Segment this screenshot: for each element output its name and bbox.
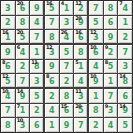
cell-r3c1[interactable]: 161: [1, 30, 15, 44]
cell-r2c5[interactable]: 3: [60, 16, 74, 30]
cage-sum-label: 11: [75, 89, 81, 94]
cell-digit: 6: [49, 78, 55, 86]
cell-r5c5[interactable]: 7: [60, 60, 74, 74]
cell-digit: 3: [122, 63, 128, 71]
cell-r6c8[interactable]: 1: [104, 74, 118, 88]
cell-digit: 3: [78, 93, 84, 101]
cell-digit: 4: [5, 93, 11, 101]
cell-r1c3[interactable]: 9: [30, 1, 44, 15]
cage-sum-label: 9: [105, 104, 108, 109]
cell-r2c2[interactable]: 8: [16, 16, 30, 30]
cell-digit: 8: [108, 5, 114, 13]
cell-digit: 1: [122, 19, 128, 27]
cell-digit: 1: [49, 122, 55, 130]
cell-digit: 7: [34, 34, 40, 42]
cage-sum-label: 16: [75, 30, 81, 35]
cell-r5c9[interactable]: 3: [118, 60, 132, 74]
cell-r2c3[interactable]: 4: [30, 16, 44, 30]
cell-digit: 5: [108, 63, 114, 71]
cell-digit: 9: [108, 34, 114, 42]
cell-r4c9[interactable]: 7: [118, 45, 132, 59]
cell-r7c7[interactable]: 1: [89, 89, 103, 103]
cell-r3c6[interactable]: 166: [74, 30, 88, 44]
cell-digit: 7: [20, 78, 26, 86]
cell-r5c2[interactable]: 2: [16, 60, 30, 74]
cell-r2c4[interactable]: 7: [45, 16, 59, 30]
cage-sum-label: 14: [119, 74, 125, 79]
cell-digit: 2: [122, 34, 128, 42]
cell-digit: 7: [5, 107, 11, 115]
cell-r8c1[interactable]: 7: [1, 104, 15, 118]
cell-digit: 1: [93, 93, 99, 101]
cell-r1c4[interactable]: 165: [45, 1, 59, 15]
cell-r1c7[interactable]: 7: [89, 1, 103, 15]
cell-r2c6[interactable]: 209: [74, 16, 88, 30]
cell-r8c6[interactable]: 205: [74, 104, 88, 118]
cell-digit: 8: [20, 19, 26, 27]
cell-r6c9[interactable]: 148: [118, 74, 132, 88]
cell-digit: 6: [122, 93, 128, 101]
cell-digit: 2: [78, 5, 84, 13]
cell-r1c6[interactable]: 122: [74, 1, 88, 15]
cell-r7c8[interactable]: 7: [104, 89, 118, 103]
cell-digit: 7: [108, 93, 114, 101]
cell-r8c9[interactable]: 149: [118, 104, 132, 118]
cell-digit: 8: [5, 122, 11, 130]
cage-sum-label: 12: [75, 1, 81, 6]
cell-digit: 1: [78, 63, 84, 71]
cell-r7c9[interactable]: 6: [118, 89, 132, 103]
cell-r6c5[interactable]: 2: [60, 74, 74, 88]
cell-digit: 2: [20, 63, 26, 71]
cell-r2c7[interactable]: 5: [89, 16, 103, 30]
cell-r9c8[interactable]: 4: [104, 118, 118, 132]
cell-r9c3[interactable]: 6: [30, 118, 44, 132]
cage-sum-label: 14: [119, 104, 125, 109]
cell-digit: 9: [5, 49, 11, 57]
cell-r4c4[interactable]: 123: [45, 45, 59, 59]
cell-r5c7[interactable]: 4: [89, 60, 103, 74]
cell-digit: 2: [93, 122, 99, 130]
cage-sum-label: 16: [2, 30, 8, 35]
cell-r7c1[interactable]: 104: [1, 89, 15, 103]
cell-digit: 6: [20, 5, 26, 13]
cage-sum-label: 12: [2, 74, 8, 79]
cage-sum-label: 20: [75, 104, 81, 109]
cell-digit: 8: [93, 107, 99, 115]
cage-sum-label: 8: [46, 74, 49, 79]
cell-digit: 3: [34, 78, 40, 86]
cell-r3c3[interactable]: 7: [30, 30, 44, 44]
cell-r3c4[interactable]: 8: [45, 30, 59, 44]
cell-digit: 9: [122, 107, 128, 115]
cell-digit: 4: [49, 107, 55, 115]
cage-sum-label: 16: [46, 1, 52, 6]
cage-sum-label: 10: [17, 118, 23, 123]
cell-r4c7[interactable]: 106: [89, 45, 103, 59]
cage-sum-label: 15: [61, 104, 67, 109]
cage-sum-label: 8: [105, 60, 108, 65]
cell-digit: 2: [34, 107, 40, 115]
cell-r5c3[interactable]: 118: [30, 60, 44, 74]
cell-r3c7[interactable]: 123: [89, 30, 103, 44]
cell-digit: 2: [64, 78, 70, 86]
cell-digit: 6: [34, 122, 40, 130]
cell-digit: 1: [34, 49, 40, 57]
cell-digit: 7: [49, 19, 55, 27]
cage-sum-label: 20: [17, 30, 23, 35]
cell-r5c8[interactable]: 85: [104, 60, 118, 74]
cage-sum-label: 20: [75, 16, 81, 21]
cell-r4c6[interactable]: 8: [74, 45, 88, 59]
cell-r7c2[interactable]: 149: [16, 89, 30, 103]
cell-r9c9[interactable]: 5: [118, 118, 132, 132]
cell-r1c2[interactable]: 206: [16, 1, 30, 15]
cell-r6c6[interactable]: 4: [74, 74, 88, 88]
cell-digit: 1: [64, 5, 70, 13]
cage-sum-label: 7: [119, 1, 122, 6]
cell-digit: 1: [20, 107, 26, 115]
cage-sum-label: 10: [90, 74, 96, 79]
cell-r2c8[interactable]: 6: [104, 16, 118, 30]
cell-r6c7[interactable]: 109: [89, 74, 103, 88]
cage-sum-label: 26: [61, 30, 67, 35]
cell-digit: 7: [122, 49, 128, 57]
cell-digit: 2: [5, 19, 11, 27]
cell-r9c5[interactable]: 9: [60, 118, 74, 132]
cell-digit: 3: [108, 107, 114, 115]
cell-r6c3[interactable]: 3: [30, 74, 44, 88]
cell-r6c4[interactable]: 86: [45, 74, 59, 88]
cell-digit: 7: [93, 5, 99, 13]
cage-sum-label: 10: [90, 45, 96, 50]
cell-digit: 3: [5, 5, 11, 13]
cell-r5c6[interactable]: 51: [74, 60, 88, 74]
cell-digit: 4: [93, 63, 99, 71]
cage-sum-label: 20: [17, 1, 23, 6]
cell-digit: 9: [20, 93, 26, 101]
cell-digit: 7: [64, 63, 70, 71]
cell-r8c7[interactable]: 8: [89, 104, 103, 118]
cell-r9c6[interactable]: 7: [74, 118, 88, 132]
cell-r6c1[interactable]: 125: [1, 74, 15, 88]
cell-r4c3[interactable]: 1: [30, 45, 44, 59]
cell-r7c6[interactable]: 113: [74, 89, 88, 103]
cell-digit: 5: [64, 49, 70, 57]
cell-r2c9[interactable]: 1: [118, 16, 132, 30]
cell-r2c1[interactable]: 2: [1, 16, 15, 30]
cell-r5c4[interactable]: 9: [45, 60, 59, 74]
cell-digit: 5: [34, 93, 40, 101]
cell-digit: 1: [108, 78, 114, 86]
cell-r7c3[interactable]: 5: [30, 89, 44, 103]
cell-r9c2[interactable]: 103: [16, 118, 30, 132]
cell-r4c8[interactable]: 92: [104, 45, 118, 59]
cell-digit: 4: [122, 5, 128, 13]
cell-r4c5[interactable]: 5: [60, 45, 74, 59]
cell-r3c2[interactable]: 205: [16, 30, 30, 44]
cage-sum-label: 4: [61, 1, 64, 6]
cell-digit: 4: [34, 19, 40, 27]
cell-digit: 4: [78, 78, 84, 86]
cell-digit: 5: [78, 107, 84, 115]
cell-r8c4[interactable]: 4: [45, 104, 59, 118]
cell-digit: 2: [108, 49, 114, 57]
cell-r7c4[interactable]: 2: [45, 89, 59, 103]
cell-digit: 4: [20, 49, 26, 57]
cell-r8c8[interactable]: 93: [104, 104, 118, 118]
cell-r1c5[interactable]: 41: [60, 1, 74, 15]
cage-sum-label: 10: [2, 89, 8, 94]
cell-r4c2[interactable]: 64: [16, 45, 30, 59]
cell-digit: 8: [64, 93, 70, 101]
cage-sum-label: 11: [31, 60, 37, 65]
cell-digit: 8: [34, 63, 40, 71]
cell-digit: 4: [108, 122, 114, 130]
cell-digit: 9: [34, 5, 40, 13]
cage-sum-label: 9: [105, 45, 108, 50]
cage-sum-label: 8: [2, 60, 5, 65]
cell-r3c5[interactable]: 264: [60, 30, 74, 44]
cell-digit: 2: [49, 93, 55, 101]
cell-r8c2[interactable]: 71: [16, 104, 30, 118]
cell-r5c1[interactable]: 86: [1, 60, 15, 74]
cell-r4c1[interactable]: 9: [1, 45, 15, 59]
cell-digit: 5: [49, 5, 55, 13]
cell-digit: 3: [20, 122, 26, 130]
cell-r9c4[interactable]: 1: [45, 118, 59, 132]
sudoku-board: 3206916541122787428473209561161205782641…: [0, 0, 133, 133]
cell-r3c9[interactable]: 2: [118, 30, 132, 44]
cell-r3c8[interactable]: 9: [104, 30, 118, 44]
cell-r7c5[interactable]: 8: [60, 89, 74, 103]
cell-digit: 9: [64, 122, 70, 130]
cell-r9c1[interactable]: 8: [1, 118, 15, 132]
cage-sum-label: 5: [75, 60, 78, 65]
cage-sum-label: 6: [17, 45, 20, 50]
cage-sum-label: 12: [90, 30, 96, 35]
cell-digit: 6: [93, 49, 99, 57]
cell-digit: 3: [64, 19, 70, 27]
cell-r1c1[interactable]: 3: [1, 1, 15, 15]
cell-r8c3[interactable]: 2: [30, 104, 44, 118]
cell-digit: 9: [49, 63, 55, 71]
cell-digit: 8: [49, 34, 55, 42]
cell-digit: 7: [78, 122, 84, 130]
cell-digit: 9: [78, 19, 84, 27]
cell-r1c8[interactable]: 8: [104, 1, 118, 15]
cell-digit: 5: [93, 19, 99, 27]
cage-sum-label: 12: [46, 45, 52, 50]
cell-r9c7[interactable]: 2: [89, 118, 103, 132]
cell-digit: 6: [5, 63, 11, 71]
cell-digit: 5: [122, 122, 128, 130]
cell-r6c2[interactable]: 7: [16, 74, 30, 88]
cell-digit: 8: [78, 49, 84, 57]
cage-sum-label: 14: [17, 89, 23, 94]
cell-digit: 3: [49, 49, 55, 57]
cell-digit: 6: [108, 19, 114, 27]
cell-digit: 6: [64, 107, 70, 115]
cell-r8c5[interactable]: 156: [60, 104, 74, 118]
cage-sum-label: 7: [17, 104, 20, 109]
cell-r1c9[interactable]: 74: [118, 1, 132, 15]
